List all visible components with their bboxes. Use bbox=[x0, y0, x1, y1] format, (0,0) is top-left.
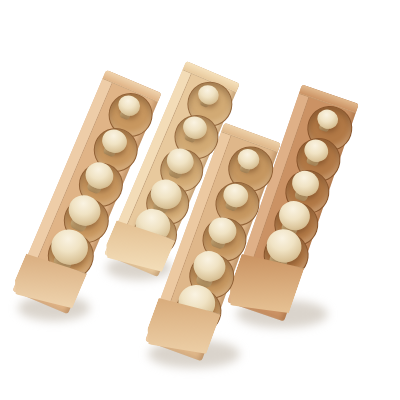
product-photo bbox=[0, 0, 400, 400]
